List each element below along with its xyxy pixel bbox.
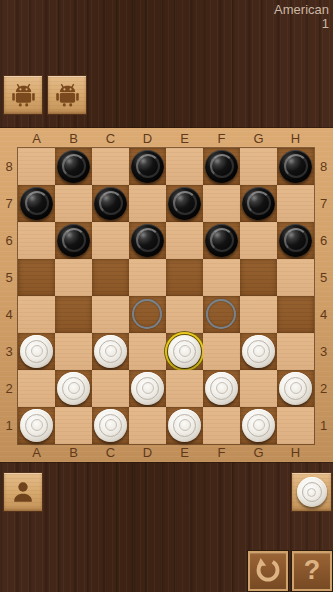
black-piece-b8[interactable] (57, 150, 90, 183)
file-label-c: C (92, 444, 129, 462)
square-c3[interactable] (92, 333, 129, 370)
square-d4[interactable] (129, 296, 166, 333)
file-label-h: H (277, 128, 314, 148)
rank-label-7: 7 (314, 185, 333, 222)
rank-label-8: 8 (314, 148, 333, 185)
question-mark-icon: ? (304, 557, 321, 584)
square-a3[interactable] (18, 333, 55, 370)
square-d1[interactable] (129, 407, 166, 444)
black-piece-b6[interactable] (57, 224, 90, 257)
square-g1[interactable] (240, 407, 277, 444)
square-d3[interactable] (129, 333, 166, 370)
undo-button[interactable] (248, 551, 288, 591)
move-hint-f4[interactable] (206, 299, 236, 329)
square-d7[interactable] (129, 185, 166, 222)
file-label-f: F (203, 128, 240, 148)
square-h7[interactable] (277, 185, 314, 222)
square-a2[interactable] (18, 370, 55, 407)
white-piece-b2[interactable] (57, 372, 90, 405)
rank-labels-right: 87654321 (314, 148, 333, 444)
android-robot-icon (54, 82, 81, 109)
square-a5[interactable] (18, 259, 55, 296)
square-c4[interactable] (92, 296, 129, 333)
square-h6[interactable] (277, 222, 314, 259)
rank-label-7: 7 (0, 185, 18, 222)
square-f1[interactable] (203, 407, 240, 444)
rank-label-4: 4 (0, 296, 18, 333)
header: American 1 (274, 3, 329, 31)
square-b1[interactable] (55, 407, 92, 444)
rank-label-3: 3 (0, 333, 18, 370)
square-b4[interactable] (55, 296, 92, 333)
white-piece-a1[interactable] (20, 409, 53, 442)
square-h2[interactable] (277, 370, 314, 407)
black-piece-f6[interactable] (205, 224, 238, 257)
file-label-e: E (166, 444, 203, 462)
rank-labels-left: 87654321 (0, 148, 18, 444)
move-counter: 1 (274, 17, 329, 31)
file-label-f: F (203, 444, 240, 462)
file-label-b: B (55, 444, 92, 462)
square-d5[interactable] (129, 259, 166, 296)
white-piece-c3[interactable] (94, 335, 127, 368)
square-f3[interactable] (203, 333, 240, 370)
square-a7[interactable] (18, 185, 55, 222)
square-c5[interactable] (92, 259, 129, 296)
rank-label-1: 1 (314, 407, 333, 444)
square-c8[interactable] (92, 148, 129, 185)
black-piece-c7[interactable] (94, 187, 127, 220)
undo-arrow-icon (253, 554, 283, 588)
rank-label-1: 1 (0, 407, 18, 444)
square-d8[interactable] (129, 148, 166, 185)
square-b6[interactable] (55, 222, 92, 259)
variant-label: American (274, 3, 329, 17)
square-a8[interactable] (18, 148, 55, 185)
black-piece-h6[interactable] (279, 224, 312, 257)
square-b7[interactable] (55, 185, 92, 222)
square-c1[interactable] (92, 407, 129, 444)
white-piece-h2[interactable] (279, 372, 312, 405)
white-piece-d2[interactable] (131, 372, 164, 405)
black-piece-f8[interactable] (205, 150, 238, 183)
checkers-board[interactable] (18, 148, 314, 444)
square-c6[interactable] (92, 222, 129, 259)
file-label-a: A (18, 128, 55, 148)
square-e2[interactable] (166, 370, 203, 407)
board-frame: ABCDEFGH ABCDEFGH 87654321 87654321 (0, 128, 333, 462)
square-c2[interactable] (92, 370, 129, 407)
person-icon (10, 479, 36, 505)
checkers-app: American 1 (0, 0, 333, 592)
rank-label-8: 8 (0, 148, 18, 185)
square-g8[interactable] (240, 148, 277, 185)
square-g4[interactable] (240, 296, 277, 333)
square-g2[interactable] (240, 370, 277, 407)
square-f2[interactable] (203, 370, 240, 407)
white-piece-c1[interactable] (94, 409, 127, 442)
file-label-g: G (240, 444, 277, 462)
file-label-d: D (129, 444, 166, 462)
file-labels-top: ABCDEFGH (18, 128, 314, 148)
file-label-d: D (129, 128, 166, 148)
rank-label-6: 6 (0, 222, 18, 259)
android-robot-icon (10, 82, 37, 109)
file-label-a: A (18, 444, 55, 462)
black-piece-e7[interactable] (168, 187, 201, 220)
file-label-c: C (92, 128, 129, 148)
white-checker-piece (297, 477, 327, 507)
black-piece-h8[interactable] (279, 150, 312, 183)
square-e4[interactable] (166, 296, 203, 333)
rank-label-5: 5 (0, 259, 18, 296)
square-b8[interactable] (55, 148, 92, 185)
square-g7[interactable] (240, 185, 277, 222)
rank-label-6: 6 (314, 222, 333, 259)
black-piece-d6[interactable] (131, 224, 164, 257)
square-h4[interactable] (277, 296, 314, 333)
square-b3[interactable] (55, 333, 92, 370)
rank-label-3: 3 (314, 333, 333, 370)
human-player-button[interactable] (3, 472, 43, 512)
file-label-b: B (55, 128, 92, 148)
square-f6[interactable] (203, 222, 240, 259)
square-a1[interactable] (18, 407, 55, 444)
square-c7[interactable] (92, 185, 129, 222)
square-g3[interactable] (240, 333, 277, 370)
square-h5[interactable] (277, 259, 314, 296)
rank-label-4: 4 (314, 296, 333, 333)
white-piece-e3[interactable] (168, 335, 201, 368)
rank-label-2: 2 (314, 370, 333, 407)
white-piece-g1[interactable] (242, 409, 275, 442)
square-f5[interactable] (203, 259, 240, 296)
square-e6[interactable] (166, 222, 203, 259)
white-piece-e1[interactable] (168, 409, 201, 442)
square-a6[interactable] (18, 222, 55, 259)
square-e3[interactable] (166, 333, 203, 370)
android-button-1[interactable] (3, 75, 43, 115)
black-piece-a7[interactable] (20, 187, 53, 220)
square-d2[interactable] (129, 370, 166, 407)
square-g5[interactable] (240, 259, 277, 296)
android-button-2[interactable] (47, 75, 87, 115)
file-label-e: E (166, 128, 203, 148)
black-piece-d8[interactable] (131, 150, 164, 183)
square-h8[interactable] (277, 148, 314, 185)
rank-label-5: 5 (314, 259, 333, 296)
square-h3[interactable] (277, 333, 314, 370)
square-g6[interactable] (240, 222, 277, 259)
square-a4[interactable] (18, 296, 55, 333)
square-h1[interactable] (277, 407, 314, 444)
black-piece-g7[interactable] (242, 187, 275, 220)
file-label-g: G (240, 128, 277, 148)
file-labels-bottom: ABCDEFGH (18, 444, 314, 462)
square-e7[interactable] (166, 185, 203, 222)
white-piece-g3[interactable] (242, 335, 275, 368)
square-b5[interactable] (55, 259, 92, 296)
white-piece-a3[interactable] (20, 335, 53, 368)
move-hint-d4[interactable] (132, 299, 162, 329)
square-f7[interactable] (203, 185, 240, 222)
rank-label-2: 2 (0, 370, 18, 407)
square-e1[interactable] (166, 407, 203, 444)
square-e5[interactable] (166, 259, 203, 296)
white-piece-f2[interactable] (205, 372, 238, 405)
square-b2[interactable] (55, 370, 92, 407)
file-label-h: H (277, 444, 314, 462)
square-d6[interactable] (129, 222, 166, 259)
help-button[interactable]: ? (292, 551, 332, 591)
square-e8[interactable] (166, 148, 203, 185)
square-f8[interactable] (203, 148, 240, 185)
square-f4[interactable] (203, 296, 240, 333)
turn-indicator[interactable] (291, 472, 332, 512)
